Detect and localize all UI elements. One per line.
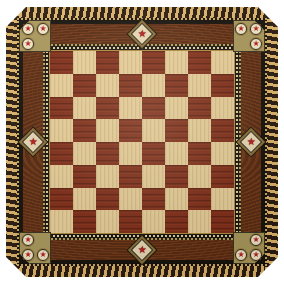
board-square[interactable] — [119, 97, 142, 120]
board-square[interactable] — [211, 97, 234, 120]
board-square[interactable] — [96, 142, 119, 165]
board-square[interactable] — [211, 119, 234, 142]
board-square[interactable] — [142, 210, 165, 233]
board-square[interactable] — [165, 165, 188, 188]
board-square[interactable] — [73, 119, 96, 142]
board-square[interactable] — [119, 119, 142, 142]
star-icon: ★ — [235, 249, 247, 261]
board-square[interactable] — [96, 74, 119, 97]
board-square[interactable] — [73, 142, 96, 165]
star-icon: ★ — [138, 29, 147, 39]
board-square[interactable] — [211, 210, 234, 233]
board-square[interactable] — [119, 165, 142, 188]
board-square[interactable] — [188, 74, 211, 97]
board-square[interactable] — [96, 119, 119, 142]
board-square[interactable] — [211, 188, 234, 211]
board-square[interactable] — [119, 188, 142, 211]
board-square[interactable] — [50, 97, 73, 120]
board-square[interactable] — [142, 97, 165, 120]
board-square[interactable] — [96, 188, 119, 211]
board-square[interactable] — [50, 188, 73, 211]
star-icon: ★ — [37, 249, 49, 261]
board-square[interactable] — [165, 210, 188, 233]
star-icon: ★ — [22, 38, 34, 50]
board-square[interactable] — [50, 74, 73, 97]
board-grid — [50, 51, 234, 233]
board-square[interactable] — [142, 165, 165, 188]
board-square[interactable] — [96, 97, 119, 120]
board-square[interactable] — [119, 51, 142, 74]
board-square[interactable] — [165, 74, 188, 97]
star-icon: ★ — [250, 38, 262, 50]
board-square[interactable] — [96, 165, 119, 188]
star-icon: ★ — [250, 234, 262, 246]
board-square[interactable] — [211, 142, 234, 165]
board-square[interactable] — [96, 210, 119, 233]
board-square[interactable] — [211, 165, 234, 188]
star-icon: ★ — [29, 137, 38, 147]
board-square[interactable] — [165, 142, 188, 165]
star-icon: ★ — [138, 245, 147, 255]
board-square[interactable] — [188, 210, 211, 233]
board-square[interactable] — [73, 165, 96, 188]
board-square[interactable] — [119, 74, 142, 97]
board-square[interactable] — [73, 74, 96, 97]
board-square[interactable] — [50, 165, 73, 188]
board-square[interactable] — [211, 74, 234, 97]
star-icon: ★ — [235, 23, 247, 35]
board-square[interactable] — [96, 51, 119, 74]
board-square[interactable] — [188, 165, 211, 188]
board-square[interactable] — [188, 142, 211, 165]
chess-board: ★ ★ ★ ★ ★ ★ ★ ★ ★ ★ ★ ★ ★ ★ ★ ★ — [6, 7, 278, 277]
board-square[interactable] — [73, 97, 96, 120]
board-square[interactable] — [165, 119, 188, 142]
board-square[interactable] — [188, 119, 211, 142]
board-square[interactable] — [142, 119, 165, 142]
board-square[interactable] — [73, 210, 96, 233]
board-square[interactable] — [50, 51, 73, 74]
board-square[interactable] — [165, 51, 188, 74]
board-square[interactable] — [142, 142, 165, 165]
board-square[interactable] — [165, 97, 188, 120]
board-square[interactable] — [73, 188, 96, 211]
page: ★ ★ ★ ★ ★ ★ ★ ★ ★ ★ ★ ★ ★ ★ ★ ★ — [0, 0, 284, 284]
board-square[interactable] — [142, 51, 165, 74]
board-square[interactable] — [165, 188, 188, 211]
board-square[interactable] — [188, 188, 211, 211]
star-icon: ★ — [37, 23, 49, 35]
board-square[interactable] — [50, 210, 73, 233]
board-square[interactable] — [142, 188, 165, 211]
board-square[interactable] — [73, 51, 96, 74]
star-icon: ★ — [247, 137, 256, 147]
board-square[interactable] — [50, 119, 73, 142]
board-square[interactable] — [119, 142, 142, 165]
board-square[interactable] — [188, 97, 211, 120]
board-square[interactable] — [188, 51, 211, 74]
board-square[interactable] — [50, 142, 73, 165]
star-icon: ★ — [22, 234, 34, 246]
board-square[interactable] — [142, 74, 165, 97]
board-square[interactable] — [119, 210, 142, 233]
board-square[interactable] — [211, 51, 234, 74]
